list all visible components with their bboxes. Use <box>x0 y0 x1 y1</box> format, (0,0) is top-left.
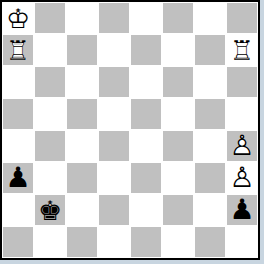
square-h6[interactable] <box>226 66 258 98</box>
square-h7[interactable]: ♜♖ <box>226 34 258 66</box>
square-a2[interactable] <box>2 194 34 226</box>
square-c2[interactable] <box>66 194 98 226</box>
square-c8[interactable] <box>66 2 98 34</box>
square-g5[interactable] <box>194 98 226 130</box>
square-f5[interactable] <box>162 98 194 130</box>
piece-black-pawn[interactable]: ♟ <box>226 194 258 226</box>
square-d2[interactable] <box>98 194 130 226</box>
square-a1[interactable] <box>2 226 34 258</box>
square-e7[interactable] <box>130 34 162 66</box>
square-e8[interactable] <box>130 2 162 34</box>
piece-white-king[interactable]: ♚♔ <box>2 2 34 34</box>
square-f7[interactable] <box>162 34 194 66</box>
square-b5[interactable] <box>34 98 66 130</box>
square-b6[interactable] <box>34 66 66 98</box>
square-b7[interactable] <box>34 34 66 66</box>
square-g7[interactable] <box>194 34 226 66</box>
page-background: ♚♔♜♖♜♖♟♙♟♟♙♚♟ <box>0 0 264 264</box>
square-e2[interactable] <box>130 194 162 226</box>
square-a7[interactable]: ♜♖ <box>2 34 34 66</box>
white-rook-outline-glyph: ♖ <box>2 34 34 66</box>
square-d1[interactable] <box>98 226 130 258</box>
square-h1[interactable] <box>226 226 258 258</box>
square-g4[interactable] <box>194 130 226 162</box>
square-d4[interactable] <box>98 130 130 162</box>
square-c3[interactable] <box>66 162 98 194</box>
square-d6[interactable] <box>98 66 130 98</box>
white-king-outline-glyph: ♔ <box>2 2 34 34</box>
piece-black-pawn[interactable]: ♟ <box>2 162 34 194</box>
square-d8[interactable] <box>98 2 130 34</box>
square-g3[interactable] <box>194 162 226 194</box>
square-b3[interactable] <box>34 162 66 194</box>
square-a4[interactable] <box>2 130 34 162</box>
square-a3[interactable]: ♟ <box>2 162 34 194</box>
square-c1[interactable] <box>66 226 98 258</box>
black-pawn-glyph: ♟ <box>2 162 34 194</box>
square-d3[interactable] <box>98 162 130 194</box>
square-c5[interactable] <box>66 98 98 130</box>
square-h4[interactable]: ♟♙ <box>226 130 258 162</box>
square-f1[interactable] <box>162 226 194 258</box>
white-pawn-outline-glyph: ♙ <box>226 162 258 194</box>
square-g1[interactable] <box>194 226 226 258</box>
black-pawn-glyph: ♟ <box>226 194 258 226</box>
piece-black-king[interactable]: ♚ <box>34 194 66 226</box>
square-d5[interactable] <box>98 98 130 130</box>
square-h5[interactable] <box>226 98 258 130</box>
square-a5[interactable] <box>2 98 34 130</box>
piece-white-pawn[interactable]: ♟♙ <box>226 130 258 162</box>
square-e6[interactable] <box>130 66 162 98</box>
piece-white-rook[interactable]: ♜♖ <box>2 34 34 66</box>
black-king-glyph: ♚ <box>34 194 66 226</box>
square-f3[interactable] <box>162 162 194 194</box>
square-e4[interactable] <box>130 130 162 162</box>
piece-white-pawn[interactable]: ♟♙ <box>226 162 258 194</box>
square-d7[interactable] <box>98 34 130 66</box>
square-f6[interactable] <box>162 66 194 98</box>
board-frame: ♚♔♜♖♜♖♟♙♟♟♙♚♟ <box>0 0 260 260</box>
square-h3[interactable]: ♟♙ <box>226 162 258 194</box>
white-rook-outline-glyph: ♖ <box>226 34 258 66</box>
square-a8[interactable]: ♚♔ <box>2 2 34 34</box>
white-pawn-outline-glyph: ♙ <box>226 130 258 162</box>
square-h2[interactable]: ♟ <box>226 194 258 226</box>
square-e5[interactable] <box>130 98 162 130</box>
square-c6[interactable] <box>66 66 98 98</box>
square-b8[interactable] <box>34 2 66 34</box>
square-f2[interactable] <box>162 194 194 226</box>
square-b2[interactable]: ♚ <box>34 194 66 226</box>
square-c7[interactable] <box>66 34 98 66</box>
square-a6[interactable] <box>2 66 34 98</box>
square-f4[interactable] <box>162 130 194 162</box>
square-b4[interactable] <box>34 130 66 162</box>
square-c4[interactable] <box>66 130 98 162</box>
square-g6[interactable] <box>194 66 226 98</box>
square-g8[interactable] <box>194 2 226 34</box>
square-e3[interactable] <box>130 162 162 194</box>
square-e1[interactable] <box>130 226 162 258</box>
square-g2[interactable] <box>194 194 226 226</box>
square-f8[interactable] <box>162 2 194 34</box>
square-h8[interactable] <box>226 2 258 34</box>
piece-white-rook[interactable]: ♜♖ <box>226 34 258 66</box>
chess-board: ♚♔♜♖♜♖♟♙♟♟♙♚♟ <box>2 2 258 258</box>
square-b1[interactable] <box>34 226 66 258</box>
